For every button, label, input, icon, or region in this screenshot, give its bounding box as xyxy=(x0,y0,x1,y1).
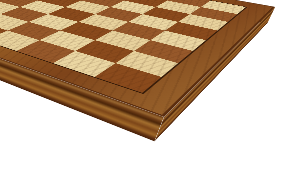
board-scene xyxy=(0,0,300,169)
board-squares xyxy=(0,0,246,93)
chessboard-photo xyxy=(0,0,300,169)
chessboard xyxy=(0,0,275,117)
board-frame xyxy=(0,0,275,117)
